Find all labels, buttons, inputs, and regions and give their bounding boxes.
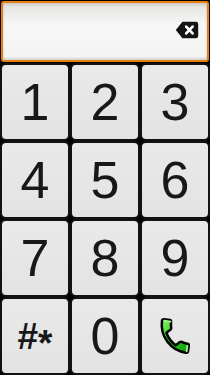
key-5-label: 5 [91, 154, 120, 206]
key-8-label: 8 [91, 232, 120, 284]
key-4-label: 4 [21, 154, 50, 206]
phone-number-display[interactable] [1, 1, 209, 62]
backspace-button[interactable] [175, 23, 199, 41]
key-6[interactable]: 6 [140, 141, 210, 219]
backspace-icon [175, 21, 199, 42]
key-5[interactable]: 5 [70, 141, 140, 219]
key-4[interactable]: 4 [0, 141, 70, 219]
key-0[interactable]: 0 [70, 297, 140, 375]
key-7-label: 7 [21, 232, 50, 284]
key-8[interactable]: 8 [70, 219, 140, 297]
key-1-label: 1 [21, 76, 50, 128]
star-label: * [38, 325, 52, 362]
key-9[interactable]: 9 [140, 219, 210, 297]
dial-keypad: 1 2 3 4 5 6 7 8 9 #* 0 [0, 63, 210, 375]
key-7[interactable]: 7 [0, 219, 70, 297]
key-hash-star[interactable]: #* [0, 297, 70, 375]
key-6-label: 6 [161, 154, 190, 206]
key-9-label: 9 [161, 232, 190, 284]
hash-label: # [18, 318, 39, 355]
key-2[interactable]: 2 [70, 63, 140, 141]
key-2-label: 2 [91, 76, 120, 128]
key-1[interactable]: 1 [0, 63, 70, 141]
phone-call-icon [155, 316, 195, 356]
key-3-label: 3 [161, 76, 190, 128]
key-3[interactable]: 3 [140, 63, 210, 141]
call-button[interactable] [140, 297, 210, 375]
key-0-label: 0 [91, 310, 120, 362]
